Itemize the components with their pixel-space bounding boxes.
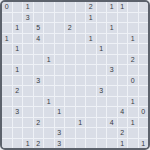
cell-r3c6-empty[interactable] xyxy=(65,34,75,44)
cell-r3c9-empty[interactable] xyxy=(97,34,107,44)
cell-r0c9-empty[interactable] xyxy=(97,2,107,12)
cell-r4c5-empty[interactable] xyxy=(55,44,65,54)
cell-r12c5-clue[interactable]: 3 xyxy=(55,128,65,138)
cell-r2c1-clue[interactable]: 1 xyxy=(13,23,23,33)
cell-r3c10-empty[interactable] xyxy=(107,34,117,44)
cell-r12c7-empty[interactable] xyxy=(76,128,86,138)
cell-r13c12-empty[interactable] xyxy=(128,139,138,149)
cell-r3c8-clue[interactable]: 1 xyxy=(86,34,96,44)
cell-r2c7-empty[interactable] xyxy=(76,23,86,33)
cell-r9c7-empty[interactable] xyxy=(76,97,86,107)
cell-r7c11-empty[interactable] xyxy=(118,76,128,86)
cell-r6c11-empty[interactable] xyxy=(118,65,128,75)
cell-r10c3-empty[interactable] xyxy=(34,107,44,117)
cell-r0c12-empty[interactable] xyxy=(128,2,138,12)
cell-r3c0-clue[interactable]: 1 xyxy=(2,34,12,44)
cell-r10c12-empty[interactable] xyxy=(128,107,138,117)
cell-r1c6-empty[interactable] xyxy=(65,13,75,23)
cell-r8c4-empty[interactable] xyxy=(44,86,54,96)
cell-r9c5-empty[interactable] xyxy=(55,97,65,107)
cell-r11c3-clue[interactable]: 2 xyxy=(34,118,44,128)
cell-r6c12-empty[interactable] xyxy=(128,65,138,75)
cell-r1c7-empty[interactable] xyxy=(76,13,86,23)
cell-r11c11-empty[interactable] xyxy=(118,118,128,128)
cell-r2c2-empty[interactable] xyxy=(23,23,33,33)
cell-r7c7-empty[interactable] xyxy=(76,76,86,86)
cell-r0c5-empty[interactable] xyxy=(55,2,65,12)
cell-r8c7-empty[interactable] xyxy=(76,86,86,96)
cell-r6c4-empty[interactable] xyxy=(44,65,54,75)
cell-r7c8-empty[interactable] xyxy=(86,76,96,86)
cell-r10c8-empty[interactable] xyxy=(86,107,96,117)
cell-r1c1-empty[interactable] xyxy=(13,13,23,23)
cell-r13c13-clue[interactable]: 1 xyxy=(139,139,149,149)
cell-r9c9-empty[interactable] xyxy=(97,97,107,107)
cell-r13c3-clue[interactable]: 2 xyxy=(34,139,44,149)
cell-r6c10-clue[interactable]: 3 xyxy=(107,65,117,75)
cell-r8c13-empty[interactable] xyxy=(139,86,149,96)
cell-r10c13-clue[interactable]: 0 xyxy=(139,107,149,117)
cell-r13c6-empty[interactable] xyxy=(65,139,75,149)
cell-r11c12-clue[interactable]: 1 xyxy=(128,118,138,128)
cell-r12c1-empty[interactable] xyxy=(13,128,23,138)
cell-r0c13-empty[interactable] xyxy=(139,2,149,12)
cell-r10c5-clue[interactable]: 1 xyxy=(55,107,65,117)
cell-r9c8-empty[interactable] xyxy=(86,97,96,107)
cell-r1c4-empty[interactable] xyxy=(44,13,54,23)
cell-r6c2-empty[interactable] xyxy=(23,65,33,75)
cell-r12c12-empty[interactable] xyxy=(128,128,138,138)
cell-r9c4-clue[interactable]: 1 xyxy=(44,97,54,107)
cell-r10c4-empty[interactable] xyxy=(44,107,54,117)
cell-r4c9-clue[interactable]: 1 xyxy=(97,44,107,54)
cell-r3c5-empty[interactable] xyxy=(55,34,65,44)
cell-r8c9-clue[interactable]: 3 xyxy=(97,86,107,96)
cell-r12c8-empty[interactable] xyxy=(86,128,96,138)
cell-r10c0-empty[interactable] xyxy=(2,107,12,117)
cell-r0c11-clue[interactable]: 1 xyxy=(118,2,128,12)
cell-r5c12-clue[interactable]: 2 xyxy=(128,55,138,65)
cell-r6c5-empty[interactable] xyxy=(55,65,65,75)
cell-r3c4-empty[interactable] xyxy=(44,34,54,44)
cell-r11c9-empty[interactable] xyxy=(97,118,107,128)
cell-r5c10-empty[interactable] xyxy=(107,55,117,65)
cell-r2c12-empty[interactable] xyxy=(128,23,138,33)
cell-r7c12-clue[interactable]: 0 xyxy=(128,76,138,86)
cell-r8c5-empty[interactable] xyxy=(55,86,65,96)
cell-r0c6-empty[interactable] xyxy=(65,2,75,12)
cell-r7c6-empty[interactable] xyxy=(65,76,75,86)
cell-r4c0-empty[interactable] xyxy=(2,44,12,54)
cell-r4c8-empty[interactable] xyxy=(86,44,96,54)
cell-r12c4-empty[interactable] xyxy=(44,128,54,138)
cell-r0c7-empty[interactable] xyxy=(76,2,86,12)
cell-r1c2-clue[interactable]: 3 xyxy=(23,13,33,23)
cell-r9c3-empty[interactable] xyxy=(34,97,44,107)
cell-r2c10-clue[interactable]: 1 xyxy=(107,23,117,33)
cell-r1c13-empty[interactable] xyxy=(139,13,149,23)
cell-r7c9-empty[interactable] xyxy=(97,76,107,86)
cell-r12c13-empty[interactable] xyxy=(139,128,149,138)
cell-r4c7-empty[interactable] xyxy=(76,44,86,54)
cell-r12c2-empty[interactable] xyxy=(23,128,33,138)
cell-r10c1-clue[interactable]: 3 xyxy=(13,107,23,117)
cell-r8c6-empty[interactable] xyxy=(65,86,75,96)
cell-r8c12-empty[interactable] xyxy=(128,86,138,96)
cell-r6c3-empty[interactable] xyxy=(34,65,44,75)
cell-r9c1-empty[interactable] xyxy=(13,97,23,107)
cell-r9c13-empty[interactable] xyxy=(139,97,149,107)
cell-r2c11-empty[interactable] xyxy=(118,23,128,33)
cell-r6c1-clue[interactable]: 1 xyxy=(13,65,23,75)
cell-r10c2-empty[interactable] xyxy=(23,107,33,117)
cell-r3c7-empty[interactable] xyxy=(76,34,86,44)
cell-r0c1-empty[interactable] xyxy=(13,2,23,12)
cell-r1c0-empty[interactable] xyxy=(2,13,12,23)
cell-r11c2-empty[interactable] xyxy=(23,118,33,128)
cell-r5c11-empty[interactable] xyxy=(118,55,128,65)
cell-r12c9-empty[interactable] xyxy=(97,128,107,138)
cell-r8c11-empty[interactable] xyxy=(118,86,128,96)
cell-r1c10-empty[interactable] xyxy=(107,13,117,23)
cell-r2c0-empty[interactable] xyxy=(2,23,12,33)
cell-r1c3-empty[interactable] xyxy=(34,13,44,23)
cell-r8c0-empty[interactable] xyxy=(2,86,12,96)
cell-r6c0-empty[interactable] xyxy=(2,65,12,75)
cell-r5c6-empty[interactable] xyxy=(65,55,75,65)
cell-r13c1-empty[interactable] xyxy=(13,139,23,149)
cell-r9c11-empty[interactable] xyxy=(118,97,128,107)
cell-r0c8-clue[interactable]: 2 xyxy=(86,2,96,12)
cell-r7c2-empty[interactable] xyxy=(23,76,33,86)
cell-r11c7-clue[interactable]: 1 xyxy=(76,118,86,128)
cell-r3c12-clue[interactable]: 1 xyxy=(128,34,138,44)
cell-r4c11-empty[interactable] xyxy=(118,44,128,54)
cell-r11c8-empty[interactable] xyxy=(86,118,96,128)
cell-r4c13-empty[interactable] xyxy=(139,44,149,54)
cell-r0c4-empty[interactable] xyxy=(44,2,54,12)
cell-r5c5-empty[interactable] xyxy=(55,55,65,65)
cell-r4c4-empty[interactable] xyxy=(44,44,54,54)
cell-r8c3-empty[interactable] xyxy=(34,86,44,96)
cell-r13c2-clue[interactable]: 1 xyxy=(23,139,33,149)
cell-r0c3-empty[interactable] xyxy=(34,2,44,12)
cell-r9c0-empty[interactable] xyxy=(2,97,12,107)
cell-r4c2-empty[interactable] xyxy=(23,44,33,54)
cell-r13c7-empty[interactable] xyxy=(76,139,86,149)
cell-r12c11-clue[interactable]: 2 xyxy=(118,128,128,138)
cell-r7c13-empty[interactable] xyxy=(139,76,149,86)
cell-r2c5-empty[interactable] xyxy=(55,23,65,33)
cell-r4c3-empty[interactable] xyxy=(34,44,44,54)
cell-r13c0-empty[interactable] xyxy=(2,139,12,149)
cell-r7c4-empty[interactable] xyxy=(44,76,54,86)
cell-r5c2-empty[interactable] xyxy=(23,55,33,65)
cell-r13c9-empty[interactable] xyxy=(97,139,107,149)
cell-r5c4-clue[interactable]: 1 xyxy=(44,55,54,65)
cell-r2c13-empty[interactable] xyxy=(139,23,149,33)
cell-r10c9-empty[interactable] xyxy=(97,107,107,117)
cell-r10c11-clue[interactable]: 4 xyxy=(118,107,128,117)
cell-r11c5-empty[interactable] xyxy=(55,118,65,128)
cell-r9c12-clue[interactable]: 1 xyxy=(128,97,138,107)
cell-r6c13-empty[interactable] xyxy=(139,65,149,75)
cell-r5c8-empty[interactable] xyxy=(86,55,96,65)
cell-r0c2-clue[interactable]: 1 xyxy=(23,2,33,12)
cell-r11c1-empty[interactable] xyxy=(13,118,23,128)
cell-r2c8-empty[interactable] xyxy=(86,23,96,33)
cell-r1c8-clue[interactable]: 1 xyxy=(86,13,96,23)
puzzle-board: 0121131152114111112133023113140214132123… xyxy=(0,0,150,150)
cell-r6c6-empty[interactable] xyxy=(65,65,75,75)
cell-r7c0-empty[interactable] xyxy=(2,76,12,86)
cell-r8c2-empty[interactable] xyxy=(23,86,33,96)
cell-r7c10-empty[interactable] xyxy=(107,76,117,86)
cell-r6c8-empty[interactable] xyxy=(86,65,96,75)
cell-r8c8-empty[interactable] xyxy=(86,86,96,96)
cell-r5c0-empty[interactable] xyxy=(2,55,12,65)
cell-r5c13-empty[interactable] xyxy=(139,55,149,65)
cell-r2c6-clue[interactable]: 2 xyxy=(65,23,75,33)
cell-r5c9-empty[interactable] xyxy=(97,55,107,65)
cell-r13c5-clue[interactable]: 3 xyxy=(55,139,65,149)
cell-r7c1-empty[interactable] xyxy=(13,76,23,86)
cell-r5c3-empty[interactable] xyxy=(34,55,44,65)
cell-r4c1-clue[interactable]: 1 xyxy=(13,44,23,54)
cell-r8c10-empty[interactable] xyxy=(107,86,117,96)
cell-r3c3-clue[interactable]: 4 xyxy=(34,34,44,44)
cell-r7c3-clue[interactable]: 3 xyxy=(34,76,44,86)
cell-r9c6-empty[interactable] xyxy=(65,97,75,107)
cell-r9c10-empty[interactable] xyxy=(107,97,117,107)
cell-r12c10-empty[interactable] xyxy=(107,128,117,138)
cell-r11c4-empty[interactable] xyxy=(44,118,54,128)
cell-r0c10-clue[interactable]: 1 xyxy=(107,2,117,12)
cell-r6c9-empty[interactable] xyxy=(97,65,107,75)
cell-r4c6-empty[interactable] xyxy=(65,44,75,54)
cell-r1c5-empty[interactable] xyxy=(55,13,65,23)
cell-r6c7-empty[interactable] xyxy=(76,65,86,75)
cell-r8c1-clue[interactable]: 2 xyxy=(13,86,23,96)
cell-r1c9-empty[interactable] xyxy=(97,13,107,23)
cell-r2c9-empty[interactable] xyxy=(97,23,107,33)
cell-r5c7-empty[interactable] xyxy=(76,55,86,65)
cell-r0c0-clue[interactable]: 0 xyxy=(2,2,12,12)
cell-r2c4-empty[interactable] xyxy=(44,23,54,33)
cell-r3c2-empty[interactable] xyxy=(23,34,33,44)
cell-r11c13-empty[interactable] xyxy=(139,118,149,128)
cell-r4c12-empty[interactable] xyxy=(128,44,138,54)
cell-r13c10-empty[interactable] xyxy=(107,139,117,149)
cell-r3c13-empty[interactable] xyxy=(139,34,149,44)
cell-r12c3-empty[interactable] xyxy=(34,128,44,138)
cell-r10c6-empty[interactable] xyxy=(65,107,75,117)
cell-r1c11-empty[interactable] xyxy=(118,13,128,23)
cell-r13c11-clue[interactable]: 1 xyxy=(118,139,128,149)
cell-r9c2-empty[interactable] xyxy=(23,97,33,107)
cell-r5c1-empty[interactable] xyxy=(13,55,23,65)
cell-r11c6-empty[interactable] xyxy=(65,118,75,128)
cell-r7c5-empty[interactable] xyxy=(55,76,65,86)
cell-r10c10-empty[interactable] xyxy=(107,107,117,117)
cell-r3c11-empty[interactable] xyxy=(118,34,128,44)
cell-r12c0-empty[interactable] xyxy=(2,128,12,138)
cell-r2c3-clue[interactable]: 5 xyxy=(34,23,44,33)
cell-r3c1-empty[interactable] xyxy=(13,34,23,44)
cell-r13c8-empty[interactable] xyxy=(86,139,96,149)
cell-r10c7-empty[interactable] xyxy=(76,107,86,117)
cell-r11c0-empty[interactable] xyxy=(2,118,12,128)
cell-r1c12-empty[interactable] xyxy=(128,13,138,23)
cell-r13c4-empty[interactable] xyxy=(44,139,54,149)
cell-r4c10-empty[interactable] xyxy=(107,44,117,54)
cell-r11c10-clue[interactable]: 4 xyxy=(107,118,117,128)
cell-r12c6-empty[interactable] xyxy=(65,128,75,138)
